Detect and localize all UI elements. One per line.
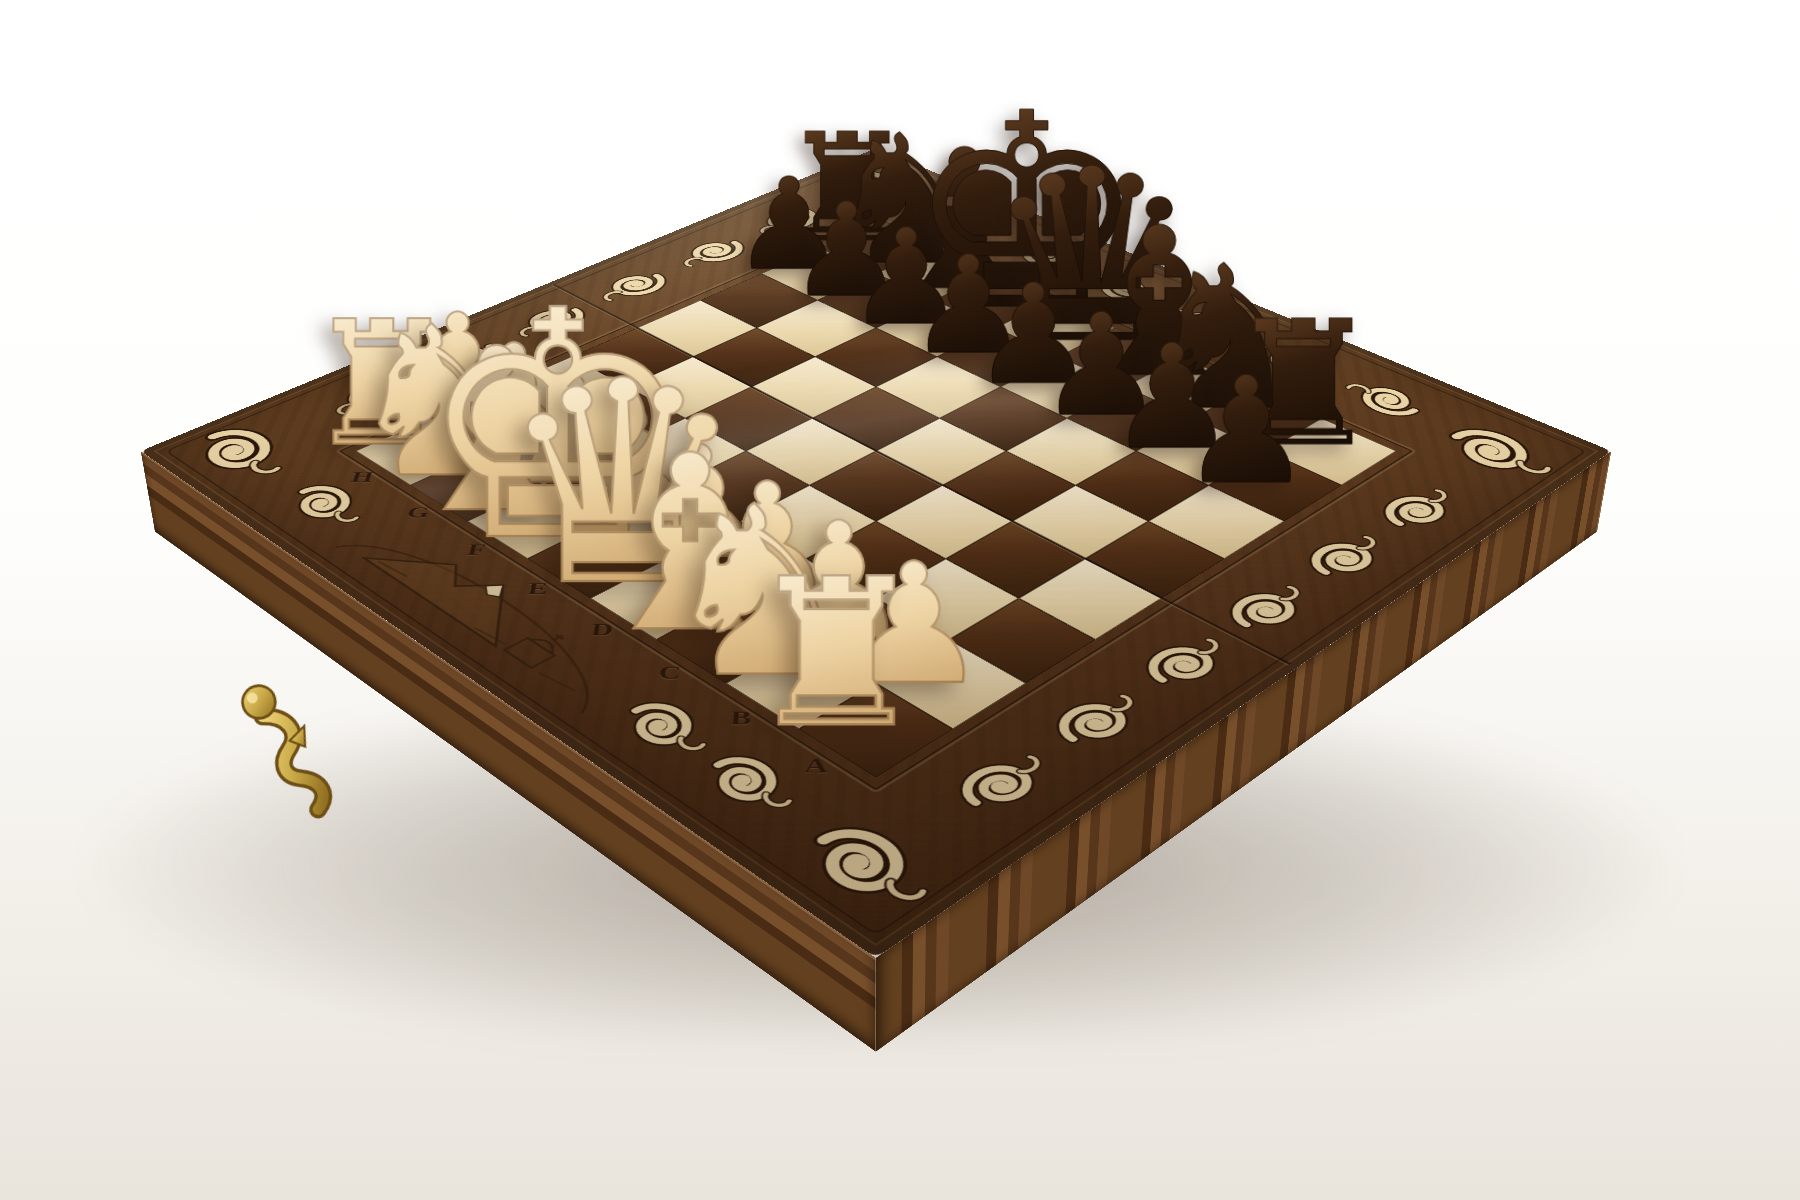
white-rook-icon: ♜ <box>645 557 1029 751</box>
board-3d-stage: HGFEDCBA ♜♞♝♚♛♝♞♜♟♟♟♟♟♟♟♟♟♟♟♟♟♟♟♟♜♞♝♚♛♝♞… <box>0 0 1800 1200</box>
board-squares: ♜♞♝♚♛♝♞♜♟♟♟♟♟♟♟♟♟♟♟♟♟♟♟♟♜♞♝♚♛♝♞♜ <box>356 223 1397 777</box>
box-top-face: HGFEDCBA ♜♞♝♚♛♝♞♜♟♟♟♟♟♟♟♟♟♟♟♟♟♟♟♟♜♞♝♚♛♝♞… <box>141 148 1612 957</box>
studio-backdrop: HGFEDCBA ♜♞♝♚♛♝♞♜♟♟♟♟♟♟♟♟♟♟♟♟♟♟♟♟♜♞♝♚♛♝♞… <box>0 0 1800 1200</box>
black-pawn-icon: ♟ <box>1081 362 1412 502</box>
chess-box: HGFEDCBA ♜♞♝♚♛♝♞♜♟♟♟♟♟♟♟♟♟♟♟♟♟♟♟♟♜♞♝♚♛♝♞… <box>141 148 1612 957</box>
